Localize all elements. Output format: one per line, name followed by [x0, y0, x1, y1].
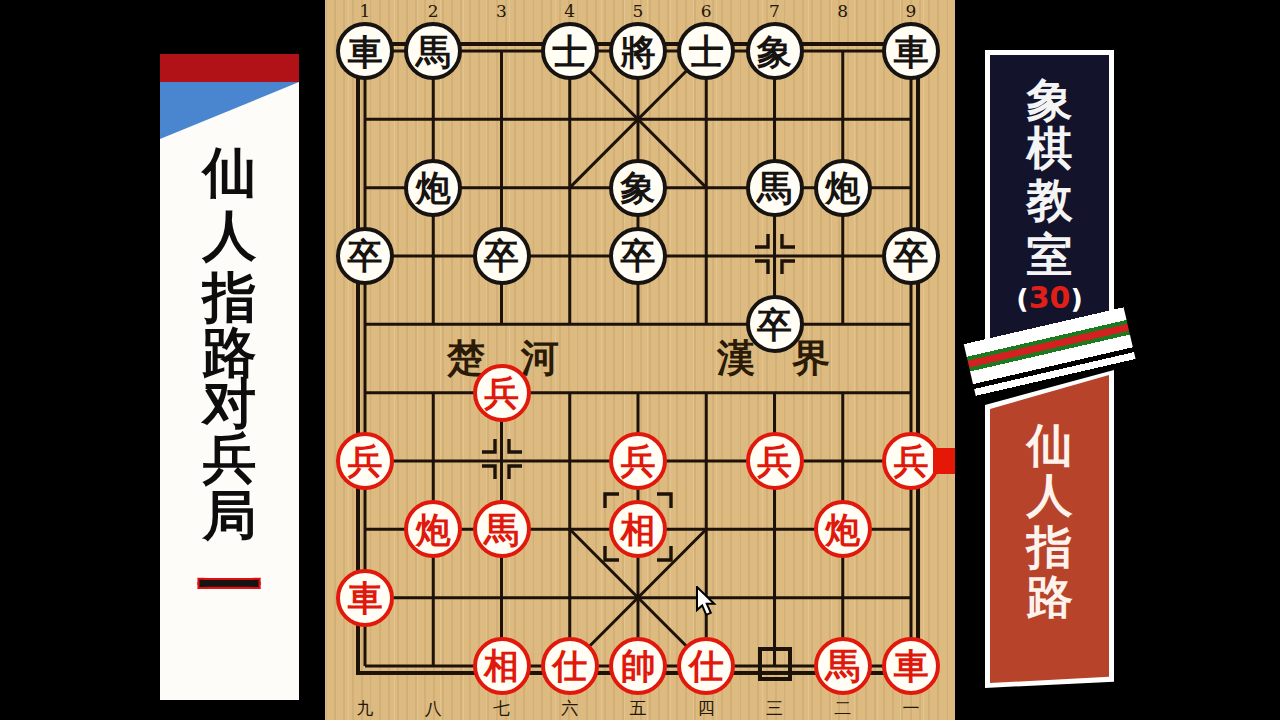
- piece-red[interactable]: 兵: [746, 432, 804, 490]
- piece-glyph: 帥: [621, 648, 656, 683]
- piece-glyph: 兵: [894, 443, 929, 478]
- file-label-bottom: 一: [903, 697, 920, 720]
- piece-red[interactable]: 兵: [336, 432, 394, 490]
- series-numeral: 一: [198, 554, 262, 618]
- left-banner-char: 人: [203, 208, 257, 262]
- banner-blue-triangle: [160, 82, 299, 139]
- right-opening-banner: 仙人指路: [985, 370, 1114, 688]
- piece-glyph: 卒: [757, 307, 792, 342]
- file-label-top: 8: [837, 1, 848, 21]
- video-frame: 仙人指路对兵局 一 123456789九八七六五四三二一 楚河漢界 車馬士將士象…: [0, 0, 1280, 720]
- mouse-cursor: [696, 586, 722, 618]
- move-origin-cross-marker: [751, 230, 799, 282]
- piece-black[interactable]: 卒: [336, 227, 394, 285]
- channel-banner-char: 教: [1027, 177, 1073, 223]
- file-label-bottom: 五: [630, 697, 647, 720]
- opening-banner-char: 指: [1027, 524, 1073, 570]
- piece-glyph: 車: [894, 34, 929, 69]
- piece-glyph: 炮: [416, 170, 451, 205]
- opening-banner-char: 仙: [1027, 422, 1073, 468]
- move-destination-bracket-marker: [599, 488, 677, 570]
- piece-black[interactable]: 馬: [404, 22, 462, 80]
- move-origin-cross-marker: [478, 435, 526, 487]
- piece-red[interactable]: 車: [882, 637, 940, 695]
- piece-glyph: 相: [484, 648, 519, 683]
- piece-black[interactable]: 士: [677, 22, 735, 80]
- piece-black[interactable]: 將: [609, 22, 667, 80]
- file-label-bottom: 八: [425, 697, 442, 720]
- piece-glyph: 兵: [757, 443, 792, 478]
- piece-glyph: 卒: [348, 238, 383, 273]
- piece-red[interactable]: 帥: [609, 637, 667, 695]
- piece-black[interactable]: 車: [336, 22, 394, 80]
- file-label-bottom: 九: [357, 697, 374, 720]
- file-label-top: 4: [564, 1, 575, 21]
- piece-glyph: 兵: [484, 375, 519, 410]
- piece-glyph: 兵: [621, 443, 656, 478]
- piece-black[interactable]: 炮: [814, 159, 872, 217]
- piece-glyph: 卒: [894, 238, 929, 273]
- piece-glyph: 卒: [621, 238, 656, 273]
- file-label-top: 9: [906, 1, 917, 21]
- piece-glyph: 馬: [416, 34, 451, 69]
- xiangqi-board[interactable]: 123456789九八七六五四三二一 楚河漢界 車馬士將士象車炮象馬炮卒卒卒卒卒…: [325, 0, 955, 720]
- piece-black[interactable]: 馬: [746, 159, 804, 217]
- piece-black[interactable]: 卒: [882, 227, 940, 285]
- piece-black[interactable]: 象: [746, 22, 804, 80]
- piece-glyph: 炮: [416, 512, 451, 547]
- piece-glyph: 將: [621, 34, 656, 69]
- piece-glyph: 車: [348, 580, 383, 615]
- board-grid-lines: [325, 0, 955, 720]
- piece-glyph: 炮: [825, 512, 860, 547]
- left-banner-char: 兵: [203, 431, 257, 485]
- piece-red[interactable]: 炮: [814, 500, 872, 558]
- channel-banner-char: 象: [1027, 77, 1073, 123]
- piece-black[interactable]: 象: [609, 159, 667, 217]
- piece-glyph: 仕: [552, 648, 587, 683]
- piece-red[interactable]: 馬: [473, 500, 531, 558]
- piece-glyph: 仕: [689, 648, 724, 683]
- piece-red[interactable]: 車: [336, 569, 394, 627]
- piece-glyph: 卒: [484, 238, 519, 273]
- episode-paren-open: (: [1016, 283, 1028, 314]
- left-title-banner: 仙人指路对兵局 一: [160, 54, 299, 700]
- piece-black[interactable]: 士: [541, 22, 599, 80]
- channel-banner-char: 室: [1027, 232, 1073, 278]
- file-label-bottom: 六: [561, 697, 578, 720]
- file-label-top: 3: [496, 1, 507, 21]
- channel-banner-inner: 象棋教室 (30): [990, 55, 1109, 348]
- piece-glyph: 士: [689, 34, 724, 69]
- file-label-bottom: 四: [698, 697, 715, 720]
- piece-red[interactable]: 馬: [814, 637, 872, 695]
- move-origin-square-marker: [754, 643, 796, 689]
- piece-red[interactable]: 仕: [541, 637, 599, 695]
- piece-black[interactable]: 炮: [404, 159, 462, 217]
- banner-red-band: [160, 54, 299, 82]
- episode-value: 30: [1029, 280, 1071, 315]
- file-label-bottom: 二: [834, 697, 851, 720]
- piece-red[interactable]: 兵: [609, 432, 667, 490]
- opening-banner-char: 路: [1027, 574, 1073, 620]
- piece-glyph: 馬: [484, 512, 519, 547]
- piece-black[interactable]: 卒: [746, 295, 804, 353]
- channel-banner-char: 棋: [1027, 125, 1073, 171]
- piece-glyph: 炮: [825, 170, 860, 205]
- left-banner-char: 局: [203, 488, 257, 542]
- piece-red[interactable]: 兵: [882, 432, 940, 490]
- piece-glyph: 馬: [757, 170, 792, 205]
- file-label-bottom: 七: [493, 697, 510, 720]
- left-banner-char: 对: [203, 376, 257, 430]
- piece-glyph: 士: [552, 34, 587, 69]
- file-label-top: 2: [428, 1, 439, 21]
- file-label-top: 6: [701, 1, 712, 21]
- file-label-top: 1: [360, 1, 371, 21]
- piece-red[interactable]: 相: [473, 637, 531, 695]
- left-banner-char: 仙: [203, 145, 257, 199]
- piece-black[interactable]: 卒: [473, 227, 531, 285]
- piece-red[interactable]: 仕: [677, 637, 735, 695]
- piece-red[interactable]: 炮: [404, 500, 462, 558]
- piece-glyph: 象: [621, 170, 656, 205]
- opening-banner-char: 人: [1027, 472, 1073, 518]
- piece-red[interactable]: 兵: [473, 364, 531, 422]
- piece-black[interactable]: 卒: [609, 227, 667, 285]
- file-label-top: 7: [769, 1, 780, 21]
- piece-glyph: 馬: [825, 648, 860, 683]
- file-label-bottom: 三: [766, 697, 783, 720]
- left-banner-char: 指: [203, 270, 257, 324]
- edge-red-artifact: [933, 448, 955, 474]
- piece-glyph: 車: [894, 648, 929, 683]
- opening-banner-inner: 仙人指路: [990, 375, 1109, 683]
- piece-glyph: 車: [348, 34, 383, 69]
- river-text: 河: [521, 333, 559, 384]
- piece-glyph: 兵: [348, 443, 383, 478]
- piece-black[interactable]: 車: [882, 22, 940, 80]
- piece-glyph: 象: [757, 34, 792, 69]
- file-label-top: 5: [633, 1, 644, 21]
